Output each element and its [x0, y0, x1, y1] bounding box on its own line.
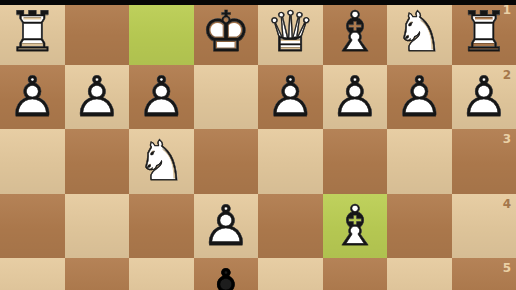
- piece-glyph-fill: ♜: [0, 0, 65, 65]
- piece-glyph-outline: ♗: [323, 194, 388, 259]
- piece-glyph-fill: ♝: [323, 0, 388, 65]
- square-e5[interactable]: ♟♙: [194, 258, 259, 290]
- piece-glyph-outline: ♘: [387, 0, 452, 65]
- piece-glyph-outline: ♙: [258, 65, 323, 130]
- white-pawn[interactable]: ♟♙: [258, 65, 323, 130]
- white-pawn[interactable]: ♟♙: [129, 65, 194, 130]
- square-h1[interactable]: ♜♖: [0, 0, 65, 65]
- square-f1[interactable]: [129, 0, 194, 65]
- rank-label-2: 2: [503, 68, 511, 82]
- square-a1[interactable]: 1♜♖: [452, 0, 516, 65]
- white-queen[interactable]: ♛♕: [258, 0, 323, 65]
- piece-glyph-fill: ♟: [65, 65, 130, 130]
- piece-glyph-fill: ♟: [387, 65, 452, 130]
- square-b5[interactable]: [387, 258, 452, 290]
- square-f4[interactable]: [129, 194, 194, 259]
- square-c5[interactable]: [323, 258, 388, 290]
- square-c3[interactable]: [323, 129, 388, 194]
- piece-glyph-fill: ♛: [258, 0, 323, 65]
- piece-glyph-outline: ♙: [129, 65, 194, 130]
- square-d3[interactable]: [258, 129, 323, 194]
- white-bishop[interactable]: ♝♗: [323, 194, 388, 259]
- white-bishop[interactable]: ♝♗: [323, 0, 388, 65]
- square-e1[interactable]: ♚♔: [194, 0, 259, 65]
- piece-glyph-outline: ♔: [194, 0, 259, 65]
- rank-label-4: 4: [503, 197, 511, 211]
- piece-glyph-fill: ♟: [323, 65, 388, 130]
- rank-label-5: 5: [503, 261, 511, 275]
- piece-glyph-outline: ♕: [258, 0, 323, 65]
- square-g3[interactable]: [65, 129, 130, 194]
- piece-glyph-fill: ♟: [258, 65, 323, 130]
- square-c1[interactable]: ♝♗: [323, 0, 388, 65]
- square-g5[interactable]: [65, 258, 130, 290]
- piece-glyph-outline: ♙: [194, 194, 259, 259]
- square-a2[interactable]: 2♟♙: [452, 65, 516, 130]
- piece-glyph-outline: ♙: [65, 65, 130, 130]
- piece-glyph-outline: ♙: [387, 65, 452, 130]
- square-g2[interactable]: ♟♙: [65, 65, 130, 130]
- piece-glyph-fill: ♟: [0, 65, 65, 130]
- square-d2[interactable]: ♟♙: [258, 65, 323, 130]
- white-rook[interactable]: ♜♖: [0, 0, 65, 65]
- square-h5[interactable]: [0, 258, 65, 290]
- square-f3[interactable]: ♞♘: [129, 129, 194, 194]
- square-f2[interactable]: ♟♙: [129, 65, 194, 130]
- square-g1[interactable]: [65, 0, 130, 65]
- square-e3[interactable]: [194, 129, 259, 194]
- square-a3[interactable]: 3: [452, 129, 516, 194]
- rank-label-3: 3: [503, 132, 511, 146]
- square-f5[interactable]: [129, 258, 194, 290]
- rank-label-1: 1: [503, 3, 511, 17]
- letterbox-bar: [0, 0, 516, 5]
- square-e2[interactable]: [194, 65, 259, 130]
- white-pawn[interactable]: ♟♙: [323, 65, 388, 130]
- piece-glyph-fill: ♝: [323, 194, 388, 259]
- piece-glyph-outline: ♙: [194, 258, 259, 290]
- piece-glyph-outline: ♖: [0, 0, 65, 65]
- square-d4[interactable]: [258, 194, 323, 259]
- piece-glyph-fill: ♚: [194, 0, 259, 65]
- square-g4[interactable]: [65, 194, 130, 259]
- square-d1[interactable]: ♛♕: [258, 0, 323, 65]
- piece-glyph-outline: ♙: [323, 65, 388, 130]
- square-a5[interactable]: 5: [452, 258, 516, 290]
- white-knight[interactable]: ♞♘: [129, 129, 194, 194]
- piece-glyph-fill: ♟: [129, 65, 194, 130]
- piece-glyph-fill: ♟: [194, 194, 259, 259]
- piece-glyph-outline: ♗: [323, 0, 388, 65]
- white-pawn[interactable]: ♟♙: [194, 194, 259, 259]
- square-d5[interactable]: [258, 258, 323, 290]
- square-c4[interactable]: ♝♗: [323, 194, 388, 259]
- white-pawn[interactable]: ♟♙: [65, 65, 130, 130]
- square-b2[interactable]: ♟♙: [387, 65, 452, 130]
- square-c2[interactable]: ♟♙: [323, 65, 388, 130]
- square-e4[interactable]: ♟♙: [194, 194, 259, 259]
- white-pawn[interactable]: ♟♙: [387, 65, 452, 130]
- chess-board: ♜♖♚♔♛♕♝♗♞♘1♜♖♟♙♟♙♟♙♟♙♟♙♟♙2♟♙♞♘3♟♙♝♗4♟♙5: [0, 0, 516, 290]
- piece-glyph-outline: ♙: [0, 65, 65, 130]
- white-king[interactable]: ♚♔: [194, 0, 259, 65]
- square-b4[interactable]: [387, 194, 452, 259]
- square-b1[interactable]: ♞♘: [387, 0, 452, 65]
- piece-glyph-fill: ♟: [194, 258, 259, 290]
- square-h2[interactable]: ♟♙: [0, 65, 65, 130]
- black-pawn[interactable]: ♟♙: [194, 258, 259, 290]
- square-h3[interactable]: [0, 129, 65, 194]
- piece-glyph-fill: ♞: [129, 129, 194, 194]
- white-knight[interactable]: ♞♘: [387, 0, 452, 65]
- video-frame: ♜♖♚♔♛♕♝♗♞♘1♜♖♟♙♟♙♟♙♟♙♟♙♟♙2♟♙♞♘3♟♙♝♗4♟♙5: [0, 0, 516, 290]
- square-a4[interactable]: 4: [452, 194, 516, 259]
- white-pawn[interactable]: ♟♙: [0, 65, 65, 130]
- piece-glyph-fill: ♞: [387, 0, 452, 65]
- square-b3[interactable]: [387, 129, 452, 194]
- piece-glyph-outline: ♘: [129, 129, 194, 194]
- square-h4[interactable]: [0, 194, 65, 259]
